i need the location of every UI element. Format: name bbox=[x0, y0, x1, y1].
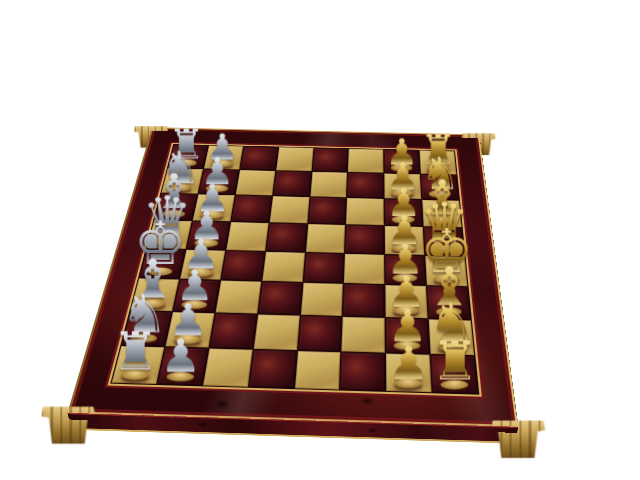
square-h4[interactable] bbox=[249, 350, 297, 388]
board-side-near bbox=[67, 413, 518, 444]
square-g4[interactable] bbox=[253, 315, 299, 351]
square-c4[interactable] bbox=[269, 196, 309, 223]
piece-silver-pawn[interactable]: ♟ bbox=[124, 333, 237, 379]
chess-set-photo: ♜♟♟♜♞♟♟♞♝♟♟♝♛♟♟♛♚♟♟♚♝♟♟♝♞♟♟♞♜♟♟♜ bbox=[115, 62, 495, 442]
square-h5[interactable] bbox=[294, 351, 340, 389]
square-e4[interactable] bbox=[262, 251, 305, 282]
square-g5[interactable] bbox=[298, 316, 342, 352]
square-a5[interactable] bbox=[312, 148, 348, 172]
square-a4[interactable] bbox=[276, 147, 313, 171]
square-f5[interactable] bbox=[300, 283, 343, 316]
square-h2[interactable]: ♟ bbox=[157, 347, 208, 385]
square-d5[interactable] bbox=[306, 224, 346, 253]
square-b4[interactable] bbox=[273, 171, 311, 196]
square-b5[interactable] bbox=[310, 172, 347, 197]
square-c5[interactable] bbox=[308, 197, 347, 224]
square-e5[interactable] bbox=[303, 252, 344, 283]
piece-gold-rook[interactable]: ♜ bbox=[398, 334, 512, 387]
chess-board: ♜♟♟♜♞♟♟♞♝♟♟♝♛♟♟♛♚♟♟♚♝♟♟♝♞♟♟♞♜♟♟♜ bbox=[67, 127, 518, 427]
square-d4[interactable] bbox=[266, 223, 307, 252]
square-f4[interactable] bbox=[258, 282, 302, 315]
board-grid: ♜♟♟♜♞♟♟♞♝♟♟♝♛♟♟♛♚♟♟♚♝♟♟♝♞♟♟♞♜♟♟♜ bbox=[110, 144, 479, 395]
square-h8[interactable]: ♜ bbox=[431, 355, 478, 394]
